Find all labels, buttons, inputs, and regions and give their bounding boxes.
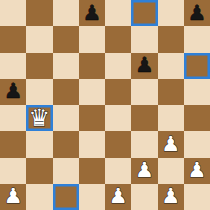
square-g1[interactable]: ♟: [158, 184, 184, 210]
square-b4[interactable]: ♛: [26, 105, 52, 131]
square-e4[interactable]: [105, 105, 131, 131]
chess-board: ♟♟♟♟♛♟♟♟♟♟♟: [0, 0, 210, 210]
square-d5[interactable]: [79, 79, 105, 105]
square-f3[interactable]: [131, 131, 157, 157]
square-d3[interactable]: [79, 131, 105, 157]
square-a2[interactable]: [0, 158, 26, 184]
piece-black-pawn-f6[interactable]: ♟: [131, 53, 157, 79]
piece-black-pawn-a5[interactable]: ♟: [0, 79, 26, 105]
square-f8[interactable]: [131, 0, 157, 26]
square-a8[interactable]: [0, 0, 26, 26]
square-g8[interactable]: [158, 0, 184, 26]
square-a3[interactable]: [0, 131, 26, 157]
square-f1[interactable]: [131, 184, 157, 210]
square-f4[interactable]: [131, 105, 157, 131]
piece-white-queen-b4[interactable]: ♛: [26, 105, 52, 131]
square-c7[interactable]: [53, 26, 79, 52]
square-h2[interactable]: ♟: [184, 158, 210, 184]
square-h5[interactable]: [184, 79, 210, 105]
square-h6[interactable]: [184, 53, 210, 79]
square-e6[interactable]: [105, 53, 131, 79]
square-d2[interactable]: [79, 158, 105, 184]
square-a5[interactable]: ♟: [0, 79, 26, 105]
square-g2[interactable]: [158, 158, 184, 184]
square-a6[interactable]: [0, 53, 26, 79]
square-f2[interactable]: ♟: [131, 158, 157, 184]
square-h7[interactable]: [184, 26, 210, 52]
square-b8[interactable]: [26, 0, 52, 26]
square-e5[interactable]: [105, 79, 131, 105]
square-e2[interactable]: [105, 158, 131, 184]
chessboard-screenshot: ♟♟♟♟♛♟♟♟♟♟♟: [0, 0, 210, 210]
square-c8[interactable]: [53, 0, 79, 26]
square-c6[interactable]: [53, 53, 79, 79]
square-a1[interactable]: ♟: [0, 184, 26, 210]
square-e8[interactable]: [105, 0, 131, 26]
piece-white-pawn-h2[interactable]: ♟: [184, 158, 210, 184]
square-e3[interactable]: [105, 131, 131, 157]
square-a4[interactable]: [0, 105, 26, 131]
square-g3[interactable]: ♟: [158, 131, 184, 157]
piece-white-pawn-f2[interactable]: ♟: [131, 158, 157, 184]
square-h3[interactable]: [184, 131, 210, 157]
square-g5[interactable]: [158, 79, 184, 105]
square-h1[interactable]: [184, 184, 210, 210]
square-c2[interactable]: [53, 158, 79, 184]
square-f7[interactable]: [131, 26, 157, 52]
square-d1[interactable]: [79, 184, 105, 210]
square-c5[interactable]: [53, 79, 79, 105]
square-d4[interactable]: [79, 105, 105, 131]
square-h8[interactable]: ♟: [184, 0, 210, 26]
square-a7[interactable]: [0, 26, 26, 52]
square-e7[interactable]: [105, 26, 131, 52]
square-g7[interactable]: [158, 26, 184, 52]
square-b2[interactable]: [26, 158, 52, 184]
piece-white-pawn-a1[interactable]: ♟: [0, 184, 26, 210]
piece-white-pawn-g1[interactable]: ♟: [158, 184, 184, 210]
square-h4[interactable]: [184, 105, 210, 131]
square-d6[interactable]: [79, 53, 105, 79]
square-b3[interactable]: [26, 131, 52, 157]
square-f5[interactable]: [131, 79, 157, 105]
square-g4[interactable]: [158, 105, 184, 131]
square-f6[interactable]: ♟: [131, 53, 157, 79]
square-b6[interactable]: [26, 53, 52, 79]
square-b1[interactable]: [26, 184, 52, 210]
piece-white-pawn-g3[interactable]: ♟: [158, 131, 184, 157]
square-d7[interactable]: [79, 26, 105, 52]
piece-white-pawn-e1[interactable]: ♟: [105, 184, 131, 210]
square-g6[interactable]: [158, 53, 184, 79]
square-b7[interactable]: [26, 26, 52, 52]
square-c4[interactable]: [53, 105, 79, 131]
square-e1[interactable]: ♟: [105, 184, 131, 210]
square-c1[interactable]: [53, 184, 79, 210]
piece-black-pawn-d8[interactable]: ♟: [79, 0, 105, 26]
square-c3[interactable]: [53, 131, 79, 157]
square-b5[interactable]: [26, 79, 52, 105]
piece-black-pawn-h8[interactable]: ♟: [184, 0, 210, 26]
square-d8[interactable]: ♟: [79, 0, 105, 26]
